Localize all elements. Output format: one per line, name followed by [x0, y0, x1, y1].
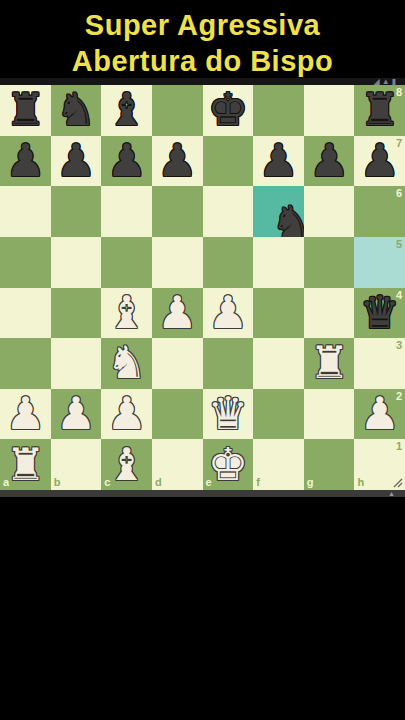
video-frame: Super Agressiva Abertura do Bispo ◢▲▮ ♜♞…: [0, 0, 405, 720]
square-h6[interactable]: 6: [354, 186, 405, 237]
square-h2[interactable]: 2♟: [354, 389, 405, 440]
black-pawn[interactable]: ♟: [51, 136, 102, 187]
square-f1[interactable]: f: [253, 439, 304, 490]
square-c2[interactable]: ♟: [101, 389, 152, 440]
square-e2[interactable]: ♛: [203, 389, 254, 440]
square-h5[interactable]: 5: [354, 237, 405, 288]
square-g1[interactable]: g: [304, 439, 355, 490]
square-c6[interactable]: [101, 186, 152, 237]
square-d5[interactable]: [152, 237, 203, 288]
square-e8[interactable]: ♚: [203, 85, 254, 136]
square-g3[interactable]: ♜: [304, 338, 355, 389]
white-pawn[interactable]: ♟: [354, 389, 405, 440]
square-a3[interactable]: [0, 338, 51, 389]
black-pawn[interactable]: ♟: [304, 136, 355, 187]
square-d1[interactable]: d: [152, 439, 203, 490]
file-label-d: d: [155, 477, 162, 488]
bottom-bar: ▲: [0, 490, 405, 497]
square-b7[interactable]: ♟: [51, 136, 102, 187]
file-label-h: h: [357, 477, 364, 488]
square-d7[interactable]: ♟: [152, 136, 203, 187]
rank-label-5: 5: [396, 239, 402, 250]
square-h1[interactable]: 1h: [354, 439, 405, 490]
square-g8[interactable]: [304, 85, 355, 136]
square-a4[interactable]: [0, 288, 51, 339]
square-c5[interactable]: [101, 237, 152, 288]
white-bishop[interactable]: ♝: [101, 439, 152, 490]
square-f5[interactable]: [253, 237, 304, 288]
square-b4[interactable]: [51, 288, 102, 339]
square-e1[interactable]: e♚: [203, 439, 254, 490]
expand-handle-icon[interactable]: ▲: [388, 490, 395, 497]
black-rook[interactable]: ♜: [354, 85, 405, 136]
square-b8[interactable]: ♞: [51, 85, 102, 136]
square-e7[interactable]: [203, 136, 254, 187]
square-c3[interactable]: ♞: [101, 338, 152, 389]
square-d2[interactable]: [152, 389, 203, 440]
white-rook[interactable]: ♜: [304, 338, 355, 389]
black-knight[interactable]: ♞: [51, 85, 102, 136]
rank-label-6: 6: [396, 188, 402, 199]
square-a1[interactable]: a♜: [0, 439, 51, 490]
square-f4[interactable]: [253, 288, 304, 339]
white-queen[interactable]: ♛: [203, 389, 254, 440]
black-pawn[interactable]: ♟: [253, 136, 304, 187]
square-d8[interactable]: [152, 85, 203, 136]
black-pawn[interactable]: ♟: [101, 136, 152, 187]
square-c4[interactable]: ♝: [101, 288, 152, 339]
square-f3[interactable]: [253, 338, 304, 389]
black-pawn[interactable]: ♟: [152, 136, 203, 187]
black-rook[interactable]: ♜: [0, 85, 51, 136]
rank-label-3: 3: [396, 340, 402, 351]
white-pawn[interactable]: ♟: [51, 389, 102, 440]
square-c7[interactable]: ♟: [101, 136, 152, 187]
square-g5[interactable]: [304, 237, 355, 288]
white-pawn[interactable]: ♟: [152, 288, 203, 339]
square-d6[interactable]: [152, 186, 203, 237]
square-e6[interactable]: [203, 186, 254, 237]
square-g4[interactable]: [304, 288, 355, 339]
square-a5[interactable]: [0, 237, 51, 288]
black-pawn[interactable]: ♟: [354, 136, 405, 187]
square-h3[interactable]: 3: [354, 338, 405, 389]
square-g2[interactable]: [304, 389, 355, 440]
white-knight[interactable]: ♞: [101, 338, 152, 389]
square-a7[interactable]: ♟: [0, 136, 51, 187]
square-b5[interactable]: [51, 237, 102, 288]
white-pawn[interactable]: ♟: [101, 389, 152, 440]
chess-board: ♜♞♝♚8♜♟♟♟♟♟♟7♟♞65♝♟♟4♛♞♜3♟♟♟♛2♟a♜bc♝de♚f…: [0, 85, 405, 490]
square-b2[interactable]: ♟: [51, 389, 102, 440]
white-pawn[interactable]: ♟: [203, 288, 254, 339]
file-label-g: g: [307, 477, 314, 488]
square-c1[interactable]: c♝: [101, 439, 152, 490]
white-king[interactable]: ♚: [203, 439, 254, 490]
title-line-1: Super Agressiva: [0, 7, 405, 43]
square-g7[interactable]: ♟: [304, 136, 355, 187]
white-bishop[interactable]: ♝: [101, 288, 152, 339]
black-pawn[interactable]: ♟: [0, 136, 51, 187]
file-label-b: b: [54, 477, 61, 488]
square-d3[interactable]: [152, 338, 203, 389]
square-g6[interactable]: [304, 186, 355, 237]
white-pawn[interactable]: ♟: [0, 389, 51, 440]
square-a8[interactable]: ♜: [0, 85, 51, 136]
rank-label-1: 1: [396, 441, 402, 452]
square-c8[interactable]: ♝: [101, 85, 152, 136]
square-a2[interactable]: ♟: [0, 389, 51, 440]
square-h7[interactable]: 7♟: [354, 136, 405, 187]
square-b1[interactable]: b: [51, 439, 102, 490]
square-a6[interactable]: [0, 186, 51, 237]
video-title: Super Agressiva Abertura do Bispo: [0, 0, 405, 78]
square-f7[interactable]: ♟: [253, 136, 304, 187]
square-f2[interactable]: [253, 389, 304, 440]
board-resize-handle[interactable]: [392, 477, 403, 488]
square-d4[interactable]: ♟: [152, 288, 203, 339]
square-f8[interactable]: [253, 85, 304, 136]
black-bishop[interactable]: ♝: [101, 85, 152, 136]
square-e4[interactable]: ♟: [203, 288, 254, 339]
black-queen[interactable]: ♛: [354, 288, 405, 339]
square-h8[interactable]: 8♜: [354, 85, 405, 136]
square-f6[interactable]: ♞: [253, 186, 304, 237]
black-king[interactable]: ♚: [203, 85, 254, 136]
square-b3[interactable]: [51, 338, 102, 389]
square-b6[interactable]: [51, 186, 102, 237]
white-rook[interactable]: ♜: [0, 439, 51, 490]
square-h4[interactable]: 4♛: [354, 288, 405, 339]
square-e3[interactable]: [203, 338, 254, 389]
square-e5[interactable]: [203, 237, 254, 288]
file-label-f: f: [256, 477, 260, 488]
title-line-2: Abertura do Bispo: [0, 43, 405, 79]
